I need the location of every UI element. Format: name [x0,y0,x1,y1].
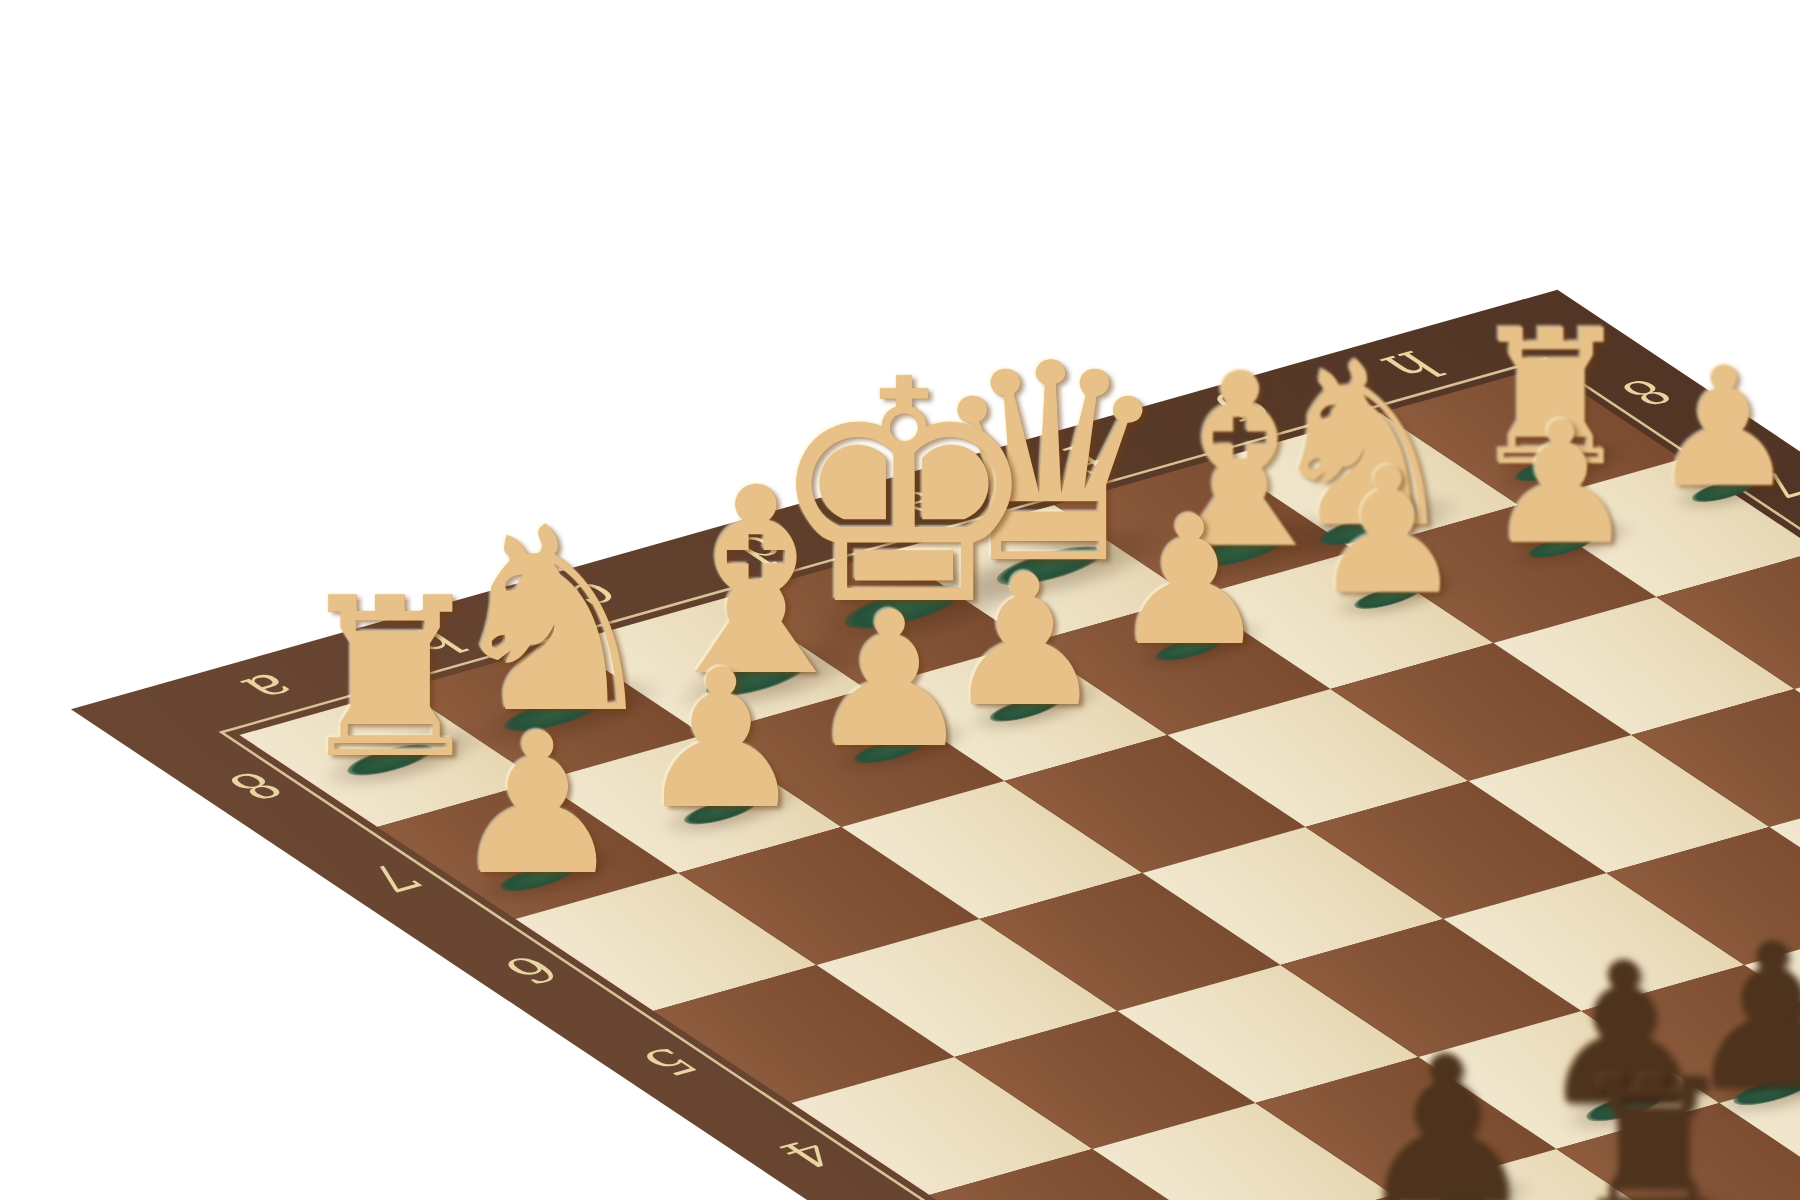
piece-light-pawn-g7[interactable]: ♟ [1485,399,1637,568]
piece-light-pawn-b7[interactable]: ♟ [635,645,806,836]
piece-light-pawn-f7[interactable]: ♟ [1310,445,1466,619]
piece-dark-rook-d2[interactable]: ♜ [1567,1054,1737,1200]
scene: { "game": "chess", "scene_description": … [0,0,1800,1200]
piece-light-pawn-e7[interactable]: ♟ [1110,493,1270,671]
piece-dark-pawn-c3[interactable]: ♟ [1354,1030,1538,1200]
piece-light-pawn-h7[interactable]: ♟ [1650,346,1798,511]
piece-light-pawn-a7[interactable]: ♟ [451,707,626,902]
piece-light-pawn-c7[interactable]: ♟ [806,587,974,774]
